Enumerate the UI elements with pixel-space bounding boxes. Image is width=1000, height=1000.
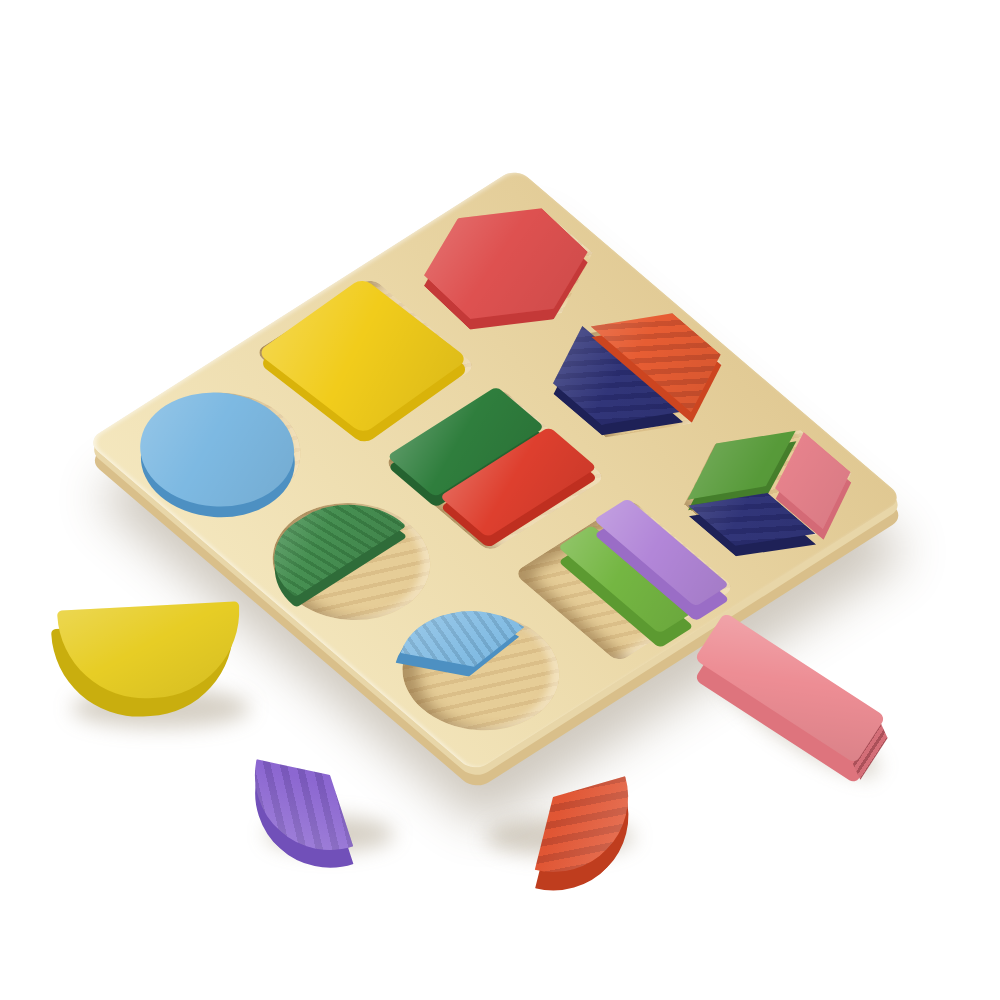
scene <box>0 0 1000 1000</box>
loose-piece-square-third-pink[interactable] <box>694 612 886 764</box>
loose-piece-circle-half-yellow[interactable] <box>57 601 245 726</box>
